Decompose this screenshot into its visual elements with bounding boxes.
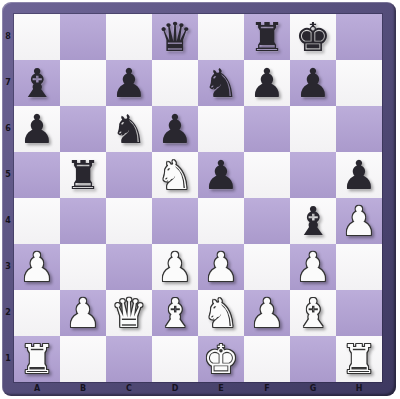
piece-black-pawn[interactable]: ♟ [249, 60, 285, 106]
piece-black-queen[interactable]: ♛ [157, 14, 193, 60]
rank-label-8: 8 [2, 14, 14, 60]
square-a2[interactable] [14, 290, 60, 336]
square-b1[interactable] [60, 336, 106, 382]
square-d5[interactable]: ♞ [152, 152, 198, 198]
square-b8[interactable] [60, 14, 106, 60]
square-a8[interactable] [14, 14, 60, 60]
chess-board: ♛♜♚♝♟♞♟♟♟♞♟♜♞♟♟♝♟♟♟♟♟♟♛♝♞♟♝♜♚♜ [14, 14, 382, 382]
square-d6[interactable]: ♟ [152, 106, 198, 152]
piece-white-rook[interactable]: ♜ [341, 336, 377, 382]
square-h7[interactable] [336, 60, 382, 106]
square-h1[interactable]: ♜ [336, 336, 382, 382]
square-b4[interactable] [60, 198, 106, 244]
piece-white-pawn[interactable]: ♟ [65, 290, 101, 336]
square-d3[interactable]: ♟ [152, 244, 198, 290]
square-c1[interactable] [106, 336, 152, 382]
file-label-b: B [60, 383, 106, 396]
piece-white-king[interactable]: ♚ [203, 336, 239, 382]
square-d7[interactable] [152, 60, 198, 106]
piece-black-pawn[interactable]: ♟ [111, 60, 147, 106]
piece-black-knight[interactable]: ♞ [111, 106, 147, 152]
square-g1[interactable] [290, 336, 336, 382]
square-e3[interactable]: ♟ [198, 244, 244, 290]
square-e6[interactable] [198, 106, 244, 152]
piece-white-queen[interactable]: ♛ [111, 290, 147, 336]
piece-black-pawn[interactable]: ♟ [157, 106, 193, 152]
square-c5[interactable] [106, 152, 152, 198]
square-g5[interactable] [290, 152, 336, 198]
square-c3[interactable] [106, 244, 152, 290]
square-a7[interactable]: ♝ [14, 60, 60, 106]
square-g3[interactable]: ♟ [290, 244, 336, 290]
file-label-d: D [152, 383, 198, 396]
file-label-a: A [14, 383, 60, 396]
square-c4[interactable] [106, 198, 152, 244]
square-g2[interactable]: ♝ [290, 290, 336, 336]
square-h5[interactable]: ♟ [336, 152, 382, 198]
square-f5[interactable] [244, 152, 290, 198]
square-d4[interactable] [152, 198, 198, 244]
piece-black-pawn[interactable]: ♟ [19, 106, 55, 152]
piece-white-pawn[interactable]: ♟ [203, 244, 239, 290]
piece-black-pawn[interactable]: ♟ [295, 60, 331, 106]
square-c6[interactable]: ♞ [106, 106, 152, 152]
square-h2[interactable] [336, 290, 382, 336]
square-a3[interactable]: ♟ [14, 244, 60, 290]
piece-white-pawn[interactable]: ♟ [295, 244, 331, 290]
piece-white-pawn[interactable]: ♟ [341, 198, 377, 244]
square-d1[interactable] [152, 336, 198, 382]
piece-black-bishop[interactable]: ♝ [19, 60, 55, 106]
piece-black-bishop[interactable]: ♝ [295, 198, 331, 244]
file-label-h: H [336, 383, 382, 396]
square-f6[interactable] [244, 106, 290, 152]
square-g8[interactable]: ♚ [290, 14, 336, 60]
piece-white-pawn[interactable]: ♟ [249, 290, 285, 336]
square-a6[interactable]: ♟ [14, 106, 60, 152]
piece-black-king[interactable]: ♚ [295, 14, 331, 60]
square-d2[interactable]: ♝ [152, 290, 198, 336]
square-f2[interactable]: ♟ [244, 290, 290, 336]
square-a4[interactable] [14, 198, 60, 244]
rank-label-6: 6 [2, 106, 14, 152]
square-g4[interactable]: ♝ [290, 198, 336, 244]
square-h8[interactable] [336, 14, 382, 60]
piece-white-knight[interactable]: ♞ [157, 152, 193, 198]
piece-white-pawn[interactable]: ♟ [19, 244, 55, 290]
rank-label-1: 1 [2, 336, 14, 382]
square-g6[interactable] [290, 106, 336, 152]
piece-white-bishop[interactable]: ♝ [157, 290, 193, 336]
piece-white-rook[interactable]: ♜ [19, 336, 55, 382]
square-d8[interactable]: ♛ [152, 14, 198, 60]
chessboard-window: ♛♜♚♝♟♞♟♟♟♞♟♜♞♟♟♝♟♟♟♟♟♟♛♝♞♟♝♜♚♜ 87654321 … [0, 0, 400, 399]
piece-black-rook[interactable]: ♜ [65, 152, 101, 198]
square-b6[interactable] [60, 106, 106, 152]
square-e1[interactable]: ♚ [198, 336, 244, 382]
square-e5[interactable]: ♟ [198, 152, 244, 198]
piece-black-rook[interactable]: ♜ [249, 14, 285, 60]
rank-label-5: 5 [2, 152, 14, 198]
square-f8[interactable]: ♜ [244, 14, 290, 60]
file-label-g: G [290, 383, 336, 396]
file-label-c: C [106, 383, 152, 396]
piece-black-knight[interactable]: ♞ [203, 60, 239, 106]
file-label-e: E [198, 383, 244, 396]
rank-label-4: 4 [2, 198, 14, 244]
square-c7[interactable]: ♟ [106, 60, 152, 106]
file-label-f: F [244, 383, 290, 396]
square-f4[interactable] [244, 198, 290, 244]
square-a1[interactable]: ♜ [14, 336, 60, 382]
square-f1[interactable] [244, 336, 290, 382]
square-g7[interactable]: ♟ [290, 60, 336, 106]
piece-white-pawn[interactable]: ♟ [157, 244, 193, 290]
piece-black-pawn[interactable]: ♟ [203, 152, 239, 198]
piece-white-knight[interactable]: ♞ [203, 290, 239, 336]
square-h6[interactable] [336, 106, 382, 152]
board-frame: ♛♜♚♝♟♞♟♟♟♞♟♜♞♟♟♝♟♟♟♟♟♟♛♝♞♟♝♜♚♜ 87654321 … [2, 2, 396, 396]
square-c2[interactable]: ♛ [106, 290, 152, 336]
square-e4[interactable] [198, 198, 244, 244]
square-e7[interactable]: ♞ [198, 60, 244, 106]
square-h3[interactable] [336, 244, 382, 290]
square-b2[interactable]: ♟ [60, 290, 106, 336]
square-b3[interactable] [60, 244, 106, 290]
piece-black-pawn[interactable]: ♟ [341, 152, 377, 198]
square-b7[interactable] [60, 60, 106, 106]
piece-white-bishop[interactable]: ♝ [295, 290, 331, 336]
square-f7[interactable]: ♟ [244, 60, 290, 106]
square-f3[interactable] [244, 244, 290, 290]
square-h4[interactable]: ♟ [336, 198, 382, 244]
rank-label-3: 3 [2, 244, 14, 290]
square-e2[interactable]: ♞ [198, 290, 244, 336]
square-b5[interactable]: ♜ [60, 152, 106, 198]
rank-label-7: 7 [2, 60, 14, 106]
rank-label-2: 2 [2, 290, 14, 336]
square-c8[interactable] [106, 14, 152, 60]
square-a5[interactable] [14, 152, 60, 198]
square-e8[interactable] [198, 14, 244, 60]
